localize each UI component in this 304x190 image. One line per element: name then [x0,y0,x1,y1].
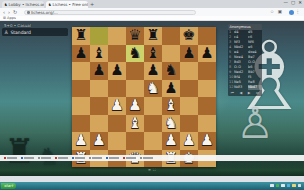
white-p-h2[interactable]: ♟ [198,132,216,150]
tab2-favicon-knight-icon: ♞ [48,2,52,7]
square-a7[interactable]: ♟ [72,45,90,63]
footer-link-7[interactable] [106,157,119,159]
close-button[interactable]: ✕ [298,0,302,5]
footer-link-5[interactable] [72,157,85,159]
square-c5[interactable] [108,80,126,98]
footer-link-1[interactable] [4,157,17,159]
square-e7[interactable]: ♝ [144,45,162,63]
black-b-e7[interactable]: ♝ [144,45,162,63]
footer-link-icon [4,157,6,159]
square-b3[interactable] [90,115,108,133]
footer-link-9[interactable] [140,157,153,159]
footer-link-text [7,157,17,159]
black-p-a7[interactable]: ♟ [72,45,90,63]
footer-link-6[interactable] [89,157,102,159]
square-c6[interactable]: ♟ [108,62,126,80]
taskbar [0,182,304,190]
footer-link-text [143,157,153,159]
square-g5[interactable] [180,80,198,98]
square-e6[interactable]: ♟ [144,62,162,80]
extension-icon[interactable]: ▣ [278,9,282,14]
tray-icon-4[interactable] [287,184,291,188]
black-b-b7[interactable]: ♝ [90,45,108,63]
square-e3[interactable] [144,115,162,133]
square-c2[interactable] [108,132,126,150]
back-icon[interactable]: ‹ [3,9,5,15]
black-k-g8[interactable]: ♚ [180,27,198,45]
square-h2[interactable]: ♟ [198,132,216,150]
black-p-b6[interactable]: ♟ [90,62,108,80]
black-n-d7[interactable]: ♞ [126,45,144,63]
white-p-g2[interactable]: ♟ [180,132,198,150]
variant-pill: ♙ Standard [2,28,68,36]
lock-icon [27,11,30,14]
square-f3[interactable]: ♞ [162,115,180,133]
square-e8[interactable]: ♜ [144,27,162,45]
footer-link-icon [72,157,74,159]
tray-icon-5[interactable] [292,184,296,188]
square-d3[interactable]: ♝ [126,115,144,133]
square-g3[interactable] [180,115,198,133]
square-h7[interactable]: ♟ [198,45,216,63]
square-b7[interactable]: ♝ [90,45,108,63]
square-f2[interactable]: ♟ [162,132,180,150]
square-a8[interactable]: ♜ [72,27,90,45]
black-p-g7[interactable]: ♟ [180,45,198,63]
square-b6[interactable]: ♟ [90,62,108,80]
square-h6[interactable] [198,62,216,80]
square-h4[interactable] [198,97,216,115]
white-p-d4[interactable]: ♟ [126,97,144,115]
reload-icon[interactable]: ↻ [13,9,17,15]
footer-link-3[interactable] [38,157,51,159]
footer-link-icon [21,157,23,159]
browser-tab-2[interactable]: ♞ Lichess • Free onl… × [46,1,88,8]
square-a2[interactable]: ♟ [72,132,90,150]
start-button[interactable]: start [1,183,16,189]
move-12-b[interactable]: Nbd7 [248,85,262,90]
square-d6[interactable] [126,62,144,80]
bookmark-apps[interactable]: ⊞ Apps [3,16,16,20]
screen: ♞ Lobby • lichess.org × ♞ Lichess • Free… [0,0,304,190]
footer-link-icon [140,157,142,159]
square-e2[interactable] [144,132,162,150]
black-n-f6[interactable]: ♞ [162,62,180,80]
board-resize-icon[interactable]: ⛶ [153,168,155,172]
square-b5[interactable] [90,80,108,98]
square-d4[interactable]: ♟ [126,97,144,115]
square-b2[interactable]: ♟ [90,132,108,150]
game-meta-text: 5+0 • Casual [4,23,31,28]
bookmark-star-icon[interactable]: ☆ [270,9,274,14]
footer-link-icon [89,157,91,159]
variant-label: Standard [10,30,30,35]
forward-icon[interactable]: › [8,9,10,15]
square-b4[interactable] [90,97,108,115]
maximize-button[interactable]: ▢ [291,0,295,5]
square-d7[interactable]: ♞ [126,45,144,63]
black-q-d8[interactable]: ♛ [126,27,144,45]
footer-link-text [24,157,34,159]
tray-icon-6[interactable] [298,184,302,188]
square-f6[interactable]: ♞ [162,62,180,80]
black-p-e6[interactable]: ♟ [144,62,162,80]
tray-icon-3[interactable] [281,184,285,188]
square-f7[interactable] [162,45,180,63]
square-d2[interactable] [126,132,144,150]
footer-link-text [92,157,102,159]
square-f8[interactable] [162,27,180,45]
square-a5[interactable] [72,80,90,98]
square-g6[interactable] [180,62,198,80]
square-f4[interactable]: ♝ [162,97,180,115]
new-tab-button[interactable]: + [90,1,94,7]
footer-link-icon [55,157,57,159]
footer-link-text [109,157,119,159]
chess-board[interactable]: ♜♛♜♚♟♝♞♝♟♟♟♟♟♞♞♟♟♟♝♝♞♟♟♟♟♟♜♛♜♚ [72,27,216,167]
profile-avatar[interactable] [289,10,294,15]
next-move-icon[interactable]: ▶ [248,91,251,95]
last-move-icon[interactable]: ⏭ [256,91,259,95]
footer-link-strip [0,155,304,161]
move-list-rows: 1d4d52c4c63Nf3Nf64Nbd2e65e4dxe46Nxe4Be77… [228,30,262,90]
white-b-f4[interactable]: ♝ [162,97,180,115]
square-c3[interactable] [108,115,126,133]
system-tray [270,184,301,188]
first-move-icon[interactable]: ⏮ [231,91,234,95]
square-b8[interactable] [90,27,108,45]
wallpaper-pawn-icon: ♙ [236,99,274,148]
footer-link-2[interactable] [21,157,34,159]
minimize-button[interactable]: — [283,0,288,5]
black-p-h7[interactable]: ♟ [198,45,216,63]
footer-link-4[interactable] [55,157,68,159]
square-h8[interactable] [198,27,216,45]
tray-icon-1[interactable] [270,184,274,188]
square-g2[interactable]: ♟ [180,132,198,150]
tab1-title: Lobby • lichess.org [9,2,44,7]
footer-link-icon [123,157,125,159]
browser-tab-1[interactable]: ♞ Lobby • lichess.org × [2,1,44,8]
square-a6[interactable] [72,62,90,80]
footer-link-icon [106,157,108,159]
footer-link-8[interactable] [123,157,136,159]
square-g7[interactable]: ♟ [180,45,198,63]
address-bar[interactable]: lichess.org/… [24,10,196,16]
square-h5[interactable] [198,80,216,98]
white-p-b2[interactable]: ♟ [90,132,108,150]
square-g8[interactable]: ♚ [180,27,198,45]
variant-pawn-icon: ♙ [4,29,8,35]
square-c8[interactable] [108,27,126,45]
move-controls: ⏮ ◀ ▶ ⏭ [228,90,262,96]
square-c7[interactable] [108,45,126,63]
white-p-f2[interactable]: ♟ [162,132,180,150]
square-a4[interactable] [72,97,90,115]
white-b-d3[interactable]: ♝ [126,115,144,133]
page-viewport: ♗ ♙ ♜ ♞ 5+0 • Casual ♙ Standard ♜♛♜♚♟♝♞♝… [0,21,304,176]
footer-link-text [58,157,68,159]
window-controls: — ▢ ✕ [283,0,302,5]
tab2-title: Lichess • Free onl… [53,2,88,7]
tab1-favicon-knight-icon: ♞ [4,2,8,7]
player-name: Anonymous [230,25,251,29]
white-n-f3[interactable]: ♞ [162,115,180,133]
white-p-c4[interactable]: ♟ [108,97,126,115]
board-tools: ≡ ⛶ [148,168,155,172]
square-c4[interactable]: ♟ [108,97,126,115]
white-p-a2[interactable]: ♟ [72,132,90,150]
url-text[interactable]: lichess.org/… [31,10,58,15]
black-r-a8[interactable]: ♜ [72,27,90,45]
footer-link-text [126,157,136,159]
board-menu-icon[interactable]: ≡ [148,168,151,172]
browser-tab-strip: ♞ Lobby • lichess.org × ♞ Lichess • Free… [0,0,304,8]
tray-icon-2[interactable] [276,184,280,188]
browser-menu-icon[interactable]: ⋮ [296,9,301,14]
square-h3[interactable] [198,115,216,133]
footer-link-icon [38,157,40,159]
square-e4[interactable] [144,97,162,115]
square-g4[interactable] [180,97,198,115]
square-d5[interactable] [126,80,144,98]
black-p-f5[interactable]: ♟ [162,80,180,98]
move-list-panel: Anonymous 1d4d52c4c63Nf3Nf64Nbd2e65e4dxe… [228,24,262,96]
footer-link-text [75,157,85,159]
footer-link-text [41,157,51,159]
black-p-c6[interactable]: ♟ [108,62,126,80]
square-a3[interactable] [72,115,90,133]
prev-move-icon[interactable]: ◀ [240,91,243,95]
move-12-w[interactable]: Ndf3 [234,85,248,90]
square-d8[interactable]: ♛ [126,27,144,45]
square-e5[interactable]: ♞ [144,80,162,98]
white-n-e5[interactable]: ♞ [144,80,162,98]
black-r-e8[interactable]: ♜ [144,27,162,45]
square-f5[interactable]: ♟ [162,80,180,98]
